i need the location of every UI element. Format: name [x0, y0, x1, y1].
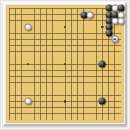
white-stone-D4: ○	[25, 98, 32, 105]
hoshi-point	[64, 100, 66, 102]
white-stone-S14: ○	[111, 36, 118, 43]
board-grid: ●○●●○●●○●○○○●●○●○●	[9, 8, 121, 120]
hoshi-point	[101, 26, 103, 28]
board-frame: ●○●●○●●○●○○○●●○●○●	[3, 2, 127, 126]
hoshi-point	[27, 63, 29, 65]
go-board[interactable]: ●○●●○●●○●○○○●●○●○●	[6, 5, 124, 123]
black-stone-R15: ●	[105, 30, 112, 37]
black-stone-Q4: ●	[99, 98, 106, 105]
hoshi-point	[64, 26, 66, 28]
last-move-marker	[114, 38, 117, 41]
white-stone-T17: ○	[118, 17, 125, 24]
white-stone-D16: ○	[25, 24, 32, 31]
black-stone-Q10: ●	[99, 61, 106, 68]
white-stone-O18: ○	[87, 11, 94, 18]
hoshi-point	[64, 63, 66, 65]
go-app-window: ●○●●○●●○●○○○●●○●○●	[0, 0, 130, 130]
